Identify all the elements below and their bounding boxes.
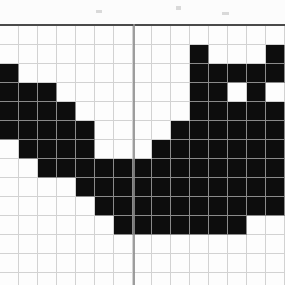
grid-cell [19,26,38,45]
grid-cell [57,216,76,235]
grid-cell [0,197,19,216]
stitch-cell-filled [190,64,209,83]
grid-cell [152,83,171,102]
stitch-cell-filled [19,83,38,102]
stitch-cell-filled [247,140,266,159]
stitch-cell-filled [266,45,285,64]
grid-cell [0,45,19,64]
grid-cell [57,45,76,64]
grid-cell [209,254,228,273]
grid-cell [228,254,247,273]
stitch-cell-filled [19,102,38,121]
grid-cell [228,273,247,285]
stitch-cell-filled [152,178,171,197]
stitch-cell-filled [209,159,228,178]
grid-cell [0,235,19,254]
grid-cell [266,254,285,273]
grid-cell [95,216,114,235]
grid-cell [190,254,209,273]
grid-cell [152,45,171,64]
grid-cell [152,64,171,83]
stitch-cell-filled [209,64,228,83]
grid-cell [0,178,19,197]
grid-cell [209,45,228,64]
stitch-cell-filled [266,178,285,197]
grid-cell [114,235,133,254]
grid-cell [95,140,114,159]
stitch-cell-filled [209,102,228,121]
stitch-cell-filled [95,197,114,216]
stitch-cell-filled [152,140,171,159]
stitch-cell-filled [171,178,190,197]
grid-cell [57,178,76,197]
grid-cell [133,273,152,285]
grid-cell [190,273,209,285]
stitch-cell-filled [190,178,209,197]
grid-cell [95,26,114,45]
chart-top-margin [0,0,285,24]
grid-cell [114,83,133,102]
stitch-cell-filled [209,140,228,159]
grid-cell [171,254,190,273]
print-artifact [96,10,102,13]
stitch-cell-filled [171,159,190,178]
grid-cell [152,102,171,121]
grid-cell [19,64,38,83]
stitch-cell-filled [76,121,95,140]
grid-cell [171,45,190,64]
stitch-cell-filled [114,216,133,235]
grid-cell [76,45,95,64]
grid-cell [190,26,209,45]
stitch-cell-filled [38,140,57,159]
grid-cell [57,235,76,254]
grid-cell [76,273,95,285]
grid-cell [76,235,95,254]
stitch-cell-filled [247,121,266,140]
grid-cell [95,121,114,140]
grid-cell [0,140,19,159]
stitch-cell-filled [19,121,38,140]
grid-cell [266,216,285,235]
grid-cell [38,197,57,216]
grid-cell [247,235,266,254]
grid-cell [133,121,152,140]
grid-cell [57,83,76,102]
grid-cell [133,26,152,45]
stitch-cell-filled [133,159,152,178]
stitch-cell-filled [0,64,19,83]
grid-cell [114,26,133,45]
stitch-cell-filled [247,64,266,83]
grid-cell [57,26,76,45]
grid-cell [95,102,114,121]
grid-cell [38,64,57,83]
stitch-cell-filled [133,178,152,197]
grid-cell [133,45,152,64]
grid-cell [171,64,190,83]
grid-cell [95,64,114,83]
stitch-cell-filled [228,140,247,159]
stitch-cell-filled [228,102,247,121]
stitch-cell-filled [95,178,114,197]
bold-center-gridline [133,24,135,285]
grid-cell [57,254,76,273]
stitch-cell-filled [0,102,19,121]
grid-cell [152,26,171,45]
stitch-cell-filled [247,102,266,121]
grid-cell [209,26,228,45]
grid-cell [228,235,247,254]
stitch-cell-filled [114,178,133,197]
stitch-cell-filled [209,83,228,102]
grid-cell [228,26,247,45]
grid-cell [95,83,114,102]
grid-cell [114,102,133,121]
stitch-cell-filled [190,159,209,178]
grid-cell [114,121,133,140]
grid-cell [38,26,57,45]
stitch-cell-filled [171,197,190,216]
stitch-cell-filled [190,83,209,102]
stitch-cell-filled [38,159,57,178]
grid-cell [95,45,114,64]
grid-cell [19,254,38,273]
stitch-cell-filled [19,140,38,159]
stitch-cell-filled [76,178,95,197]
pattern-chart [0,0,285,285]
grid-cell [19,235,38,254]
stitch-cell-filled [266,64,285,83]
stitch-cell-filled [152,216,171,235]
grid-cell [266,235,285,254]
stitch-cell-filled [0,83,19,102]
stitch-cell-filled [266,121,285,140]
grid-cell [95,273,114,285]
grid-cell [95,254,114,273]
grid-cell [0,159,19,178]
grid-cell [76,216,95,235]
stitch-cell-filled [76,159,95,178]
stitch-cell-filled [95,159,114,178]
stitch-cell-filled [266,197,285,216]
grid-cell [266,273,285,285]
grid-cell [76,197,95,216]
grid-cell [95,235,114,254]
grid-cell [171,26,190,45]
grid-cell [266,83,285,102]
grid-cell [38,216,57,235]
grid-cell [0,216,19,235]
stitch-cell-filled [247,83,266,102]
grid-cell [114,140,133,159]
stitch-cell-filled [247,178,266,197]
stitch-cell-filled [247,159,266,178]
grid-cell [114,64,133,83]
stitch-cell-filled [190,102,209,121]
stitch-cell-filled [57,102,76,121]
grid-cell [171,273,190,285]
stitch-cell-filled [209,121,228,140]
grid-cell [76,254,95,273]
grid-cell [0,254,19,273]
grid-cell [209,235,228,254]
grid-cell [133,64,152,83]
stitch-cell-filled [57,121,76,140]
stitch-cell-filled [209,178,228,197]
stitch-cell-filled [171,140,190,159]
grid-cell [190,235,209,254]
stitch-cell-filled [266,102,285,121]
stitch-cell-filled [228,197,247,216]
print-artifact [176,6,181,10]
grid-cell [266,26,285,45]
grid-cell [19,197,38,216]
grid-cell [152,121,171,140]
grid-cell [76,83,95,102]
grid-cell [171,102,190,121]
stitch-cell-filled [190,140,209,159]
grid-cell [171,235,190,254]
stitch-cell-filled [190,121,209,140]
grid-cell [76,26,95,45]
grid-cell [133,140,152,159]
stitch-cell-filled [228,121,247,140]
grid-cell [0,273,19,285]
stitch-cell-filled [57,159,76,178]
grid-cell [133,102,152,121]
stitch-cell-filled [209,197,228,216]
grid-cell [38,273,57,285]
stitch-cell-filled [76,140,95,159]
stitch-cell-filled [190,45,209,64]
grid-cell [57,197,76,216]
grid-cell [133,83,152,102]
stitch-cell-filled [0,121,19,140]
stitch-cell-filled [38,121,57,140]
stitch-cell-filled [171,121,190,140]
stitch-cell-filled [228,178,247,197]
grid-cell [133,235,152,254]
grid-cell [152,235,171,254]
stitch-cell-filled [152,197,171,216]
stitch-cell-filled [38,83,57,102]
grid-cell [76,64,95,83]
stitch-cell-filled [133,197,152,216]
grid-cell [0,26,19,45]
stitch-cell-filled [209,216,228,235]
stitch-cell-filled [114,197,133,216]
grid-cell [247,45,266,64]
grid-cell [228,45,247,64]
grid-cell [247,254,266,273]
pattern-grid [0,26,285,285]
stitch-cell-filled [190,216,209,235]
stitch-cell-filled [228,64,247,83]
stitch-cell-filled [228,159,247,178]
grid-cell [19,159,38,178]
grid-cell [19,45,38,64]
stitch-cell-filled [133,216,152,235]
stitch-cell-filled [266,159,285,178]
grid-cell [152,254,171,273]
stitch-cell-filled [247,197,266,216]
grid-cell [19,273,38,285]
stitch-cell-filled [152,159,171,178]
grid-cell [19,178,38,197]
stitch-cell-filled [114,159,133,178]
grid-cell [114,273,133,285]
grid-cell [57,64,76,83]
stitch-cell-filled [57,140,76,159]
grid-cell [171,83,190,102]
stitch-cell-filled [38,102,57,121]
stitch-cell-filled [190,197,209,216]
grid-cell [209,273,228,285]
grid-cell [152,273,171,285]
grid-cell [247,216,266,235]
grid-cell [76,102,95,121]
grid-cell [114,45,133,64]
grid-cell [38,45,57,64]
grid-cell [228,83,247,102]
grid-cell [38,235,57,254]
stitch-cell-filled [171,216,190,235]
print-artifact [222,12,229,15]
grid-cell [19,216,38,235]
grid-cell [133,254,152,273]
grid-cell [57,273,76,285]
grid-cell [247,26,266,45]
grid-cell [38,178,57,197]
grid-cell [114,254,133,273]
grid-cell [38,254,57,273]
stitch-cell-filled [228,216,247,235]
grid-cell [247,273,266,285]
stitch-cell-filled [266,140,285,159]
